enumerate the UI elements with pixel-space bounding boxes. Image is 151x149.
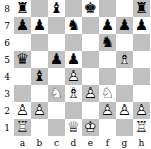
piece-white-rook: ♜♖	[133, 119, 150, 136]
square-e3[interactable]: ♟♙	[82, 85, 99, 102]
rank-label-4: 4	[0, 68, 14, 85]
white-piece-outline: ♙	[14, 102, 31, 119]
white-piece-outline: ♙	[65, 68, 82, 85]
piece-white-pawn: ♟♙	[133, 102, 150, 119]
chess-diagram: 8♜♝♚♜7♟♟♞♟♟♟6♞5♛♟♟♝♗4♝♟♙3♞♘♝♗♟♙♞♘2♟♙♟♙♟♙…	[0, 0, 151, 149]
square-g8[interactable]	[116, 0, 133, 17]
square-b2[interactable]: ♟♙	[31, 102, 48, 119]
square-c6[interactable]	[48, 34, 65, 51]
rank-label-6: 6	[0, 34, 14, 51]
square-f2[interactable]: ♟♙	[99, 102, 116, 119]
white-piece-outline: ♗	[65, 85, 82, 102]
square-a5[interactable]: ♛	[14, 51, 31, 68]
piece-black-pawn: ♟	[14, 17, 31, 34]
square-d5[interactable]: ♟	[65, 51, 82, 68]
piece-white-pawn: ♟♙	[116, 102, 133, 119]
piece-black-pawn: ♟	[99, 17, 116, 34]
square-e2[interactable]	[82, 102, 99, 119]
piece-white-queen: ♛♕	[65, 119, 82, 136]
file-label-d: d	[65, 136, 82, 149]
white-piece-outline: ♙	[82, 85, 99, 102]
square-c1[interactable]	[48, 119, 65, 136]
square-h8[interactable]: ♜	[133, 0, 150, 17]
square-b6[interactable]	[31, 34, 48, 51]
square-g1[interactable]	[116, 119, 133, 136]
piece-white-pawn: ♟♙	[82, 85, 99, 102]
square-f3[interactable]: ♞♘	[99, 85, 116, 102]
square-h5[interactable]	[133, 51, 150, 68]
piece-black-pawn: ♟	[31, 17, 48, 34]
piece-white-bishop: ♝♗	[116, 51, 133, 68]
square-a4[interactable]	[14, 68, 31, 85]
white-piece-outline: ♔	[82, 119, 99, 136]
file-label-h: h	[133, 136, 150, 149]
rank-label-2: 2	[0, 102, 14, 119]
black-piece-glyph: ♜	[14, 0, 31, 17]
black-piece-glyph: ♟	[116, 17, 133, 34]
square-c2[interactable]	[48, 102, 65, 119]
square-a8[interactable]: ♜	[14, 0, 31, 17]
square-e6[interactable]	[82, 34, 99, 51]
file-label-e: e	[82, 136, 99, 149]
white-piece-outline: ♕	[65, 119, 82, 136]
square-h1[interactable]: ♜♖	[133, 119, 150, 136]
square-b8[interactable]	[31, 0, 48, 17]
square-h6[interactable]	[133, 34, 150, 51]
square-g7[interactable]: ♟	[116, 17, 133, 34]
square-e8[interactable]: ♚	[82, 0, 99, 17]
file-label-f: f	[99, 136, 116, 149]
piece-black-pawn: ♟	[65, 51, 82, 68]
square-d3[interactable]: ♝♗	[65, 85, 82, 102]
square-f7[interactable]: ♟	[99, 17, 116, 34]
square-c8[interactable]: ♝	[48, 0, 65, 17]
black-piece-glyph: ♞	[99, 34, 116, 51]
black-piece-glyph: ♟	[65, 51, 82, 68]
square-d6[interactable]	[65, 34, 82, 51]
file-label-g: g	[116, 136, 133, 149]
square-c4[interactable]	[48, 68, 65, 85]
square-b4[interactable]: ♝	[31, 68, 48, 85]
square-a7[interactable]: ♟	[14, 17, 31, 34]
piece-white-king: ♚♔	[82, 119, 99, 136]
piece-white-bishop: ♝♗	[65, 85, 82, 102]
black-piece-glyph: ♟	[48, 51, 65, 68]
square-a1[interactable]: ♜♖	[14, 119, 31, 136]
square-c7[interactable]	[48, 17, 65, 34]
black-piece-glyph: ♚	[82, 0, 99, 17]
square-g4[interactable]	[116, 68, 133, 85]
square-f6[interactable]: ♞	[99, 34, 116, 51]
square-b7[interactable]: ♟	[31, 17, 48, 34]
piece-black-knight: ♞	[65, 17, 82, 34]
piece-black-bishop: ♝	[48, 0, 65, 17]
rank-label-5: 5	[0, 51, 14, 68]
square-b1[interactable]	[31, 119, 48, 136]
piece-white-knight: ♞♘	[99, 85, 116, 102]
black-piece-glyph: ♟	[31, 17, 48, 34]
white-piece-outline: ♙	[133, 102, 150, 119]
piece-white-knight: ♞♘	[48, 85, 65, 102]
piece-black-rook: ♜	[14, 0, 31, 17]
white-piece-outline: ♘	[48, 85, 65, 102]
white-piece-outline: ♖	[133, 119, 150, 136]
rank-label-3: 3	[0, 85, 14, 102]
square-f4[interactable]	[99, 68, 116, 85]
rank-label-7: 7	[0, 17, 14, 34]
rank-label-1: 1	[0, 119, 14, 136]
white-piece-outline: ♙	[116, 102, 133, 119]
square-h3[interactable]	[133, 85, 150, 102]
white-piece-outline: ♘	[99, 85, 116, 102]
piece-black-pawn: ♟	[116, 17, 133, 34]
square-h4[interactable]	[133, 68, 150, 85]
piece-white-pawn: ♟♙	[65, 68, 82, 85]
piece-black-bishop: ♝	[31, 68, 48, 85]
rank-label-8: 8	[0, 0, 14, 17]
piece-white-pawn: ♟♙	[99, 102, 116, 119]
square-d4[interactable]: ♟♙	[65, 68, 82, 85]
square-c3[interactable]: ♞♘	[48, 85, 65, 102]
square-h7[interactable]: ♟	[133, 17, 150, 34]
piece-black-pawn: ♟	[48, 51, 65, 68]
file-label-b: b	[31, 136, 48, 149]
square-b3[interactable]	[31, 85, 48, 102]
square-h2[interactable]: ♟♙	[133, 102, 150, 119]
square-g3[interactable]	[116, 85, 133, 102]
black-piece-glyph: ♝	[31, 68, 48, 85]
white-piece-outline: ♗	[116, 51, 133, 68]
square-f8[interactable]	[99, 0, 116, 17]
square-e5[interactable]	[82, 51, 99, 68]
black-piece-glyph: ♟	[99, 17, 116, 34]
board-corner	[0, 136, 14, 149]
square-e1[interactable]: ♚♔	[82, 119, 99, 136]
piece-black-king: ♚	[82, 0, 99, 17]
file-label-c: c	[48, 136, 65, 149]
chess-board-grid: 8♜♝♚♜7♟♟♞♟♟♟6♞5♛♟♟♝♗4♝♟♙3♞♘♝♗♟♙♞♘2♟♙♟♙♟♙…	[0, 0, 151, 149]
square-d7[interactable]: ♞	[65, 17, 82, 34]
piece-black-queen: ♛	[14, 51, 31, 68]
square-c5[interactable]: ♟	[48, 51, 65, 68]
piece-white-rook: ♜♖	[14, 119, 31, 136]
piece-black-knight: ♞	[99, 34, 116, 51]
white-piece-outline: ♙	[31, 102, 48, 119]
square-e7[interactable]	[82, 17, 99, 34]
square-d8[interactable]	[65, 0, 82, 17]
black-piece-glyph: ♜	[133, 0, 150, 17]
square-a6[interactable]	[14, 34, 31, 51]
square-g6[interactable]	[116, 34, 133, 51]
piece-white-pawn: ♟♙	[14, 102, 31, 119]
black-piece-glyph: ♟	[133, 17, 150, 34]
square-a2[interactable]: ♟♙	[14, 102, 31, 119]
square-e4[interactable]	[82, 68, 99, 85]
white-piece-outline: ♖	[14, 119, 31, 136]
piece-white-pawn: ♟♙	[31, 102, 48, 119]
piece-black-rook: ♜	[133, 0, 150, 17]
square-g2[interactable]: ♟♙	[116, 102, 133, 119]
white-piece-outline: ♙	[99, 102, 116, 119]
black-piece-glyph: ♛	[14, 51, 31, 68]
black-piece-glyph: ♟	[14, 17, 31, 34]
piece-black-pawn: ♟	[133, 17, 150, 34]
square-b5[interactable]	[31, 51, 48, 68]
black-piece-glyph: ♝	[48, 0, 65, 17]
square-g5[interactable]: ♝♗	[116, 51, 133, 68]
square-d2[interactable]	[65, 102, 82, 119]
square-a3[interactable]	[14, 85, 31, 102]
square-f1[interactable]	[99, 119, 116, 136]
square-f5[interactable]	[99, 51, 116, 68]
file-label-a: a	[14, 136, 31, 149]
black-piece-glyph: ♞	[65, 17, 82, 34]
square-d1[interactable]: ♛♕	[65, 119, 82, 136]
